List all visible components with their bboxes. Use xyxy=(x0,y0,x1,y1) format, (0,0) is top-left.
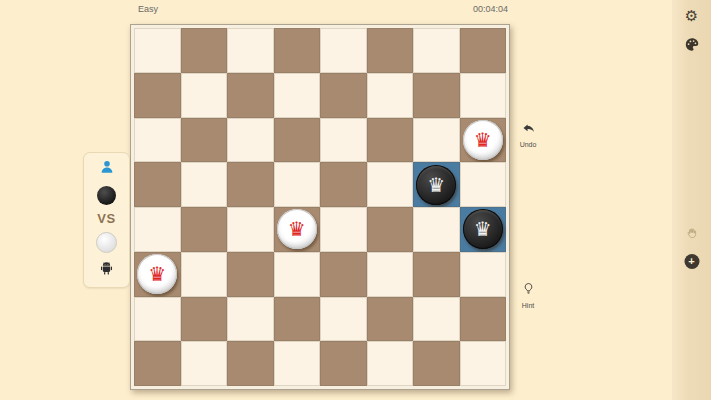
checker-king-white[interactable]: ♛ xyxy=(463,120,503,160)
square-1-7[interactable] xyxy=(460,73,507,118)
square-6-4[interactable] xyxy=(320,297,367,342)
checker-king-white[interactable]: ♛ xyxy=(137,254,177,294)
square-7-3[interactable] xyxy=(274,341,321,386)
square-4-1[interactable] xyxy=(181,207,228,252)
board-frame: ♛♛♛♛♛ xyxy=(130,24,510,390)
black-player-disc xyxy=(97,186,116,205)
square-3-4[interactable] xyxy=(320,162,367,207)
checkers-app: Easy 00:04:04 ♛♛♛♛♛ VS xyxy=(0,0,711,400)
square-4-4[interactable] xyxy=(320,207,367,252)
square-3-0[interactable] xyxy=(134,162,181,207)
hint-button[interactable]: Hint xyxy=(512,280,544,309)
square-5-7[interactable] xyxy=(460,252,507,297)
square-6-3[interactable] xyxy=(274,297,321,342)
square-3-7[interactable] xyxy=(460,162,507,207)
square-4-5[interactable] xyxy=(367,207,414,252)
square-1-2[interactable] xyxy=(227,73,274,118)
square-0-3[interactable] xyxy=(274,28,321,73)
square-0-4[interactable] xyxy=(320,28,367,73)
difficulty-label: Easy xyxy=(138,4,158,14)
right-sidebar: ⚙ + xyxy=(672,0,711,400)
square-5-0[interactable]: ♛ xyxy=(134,252,181,297)
zoom-in-plus-button[interactable]: + xyxy=(684,254,699,269)
undo-label: Undo xyxy=(520,141,537,148)
square-2-2[interactable] xyxy=(227,118,274,163)
king-crown-icon: ♛ xyxy=(427,175,445,195)
square-2-4[interactable] xyxy=(320,118,367,163)
square-2-0[interactable] xyxy=(134,118,181,163)
square-7-6[interactable] xyxy=(413,341,460,386)
hand-tool-icon[interactable] xyxy=(685,226,698,244)
hint-label: Hint xyxy=(522,302,534,309)
square-3-5[interactable] xyxy=(367,162,414,207)
checker-king-black[interactable]: ♛ xyxy=(463,209,503,249)
square-5-4[interactable] xyxy=(320,252,367,297)
square-3-1[interactable] xyxy=(181,162,228,207)
square-0-5[interactable] xyxy=(367,28,414,73)
board: ♛♛♛♛♛ xyxy=(134,28,506,386)
game-timer: 00:04:04 xyxy=(473,4,508,14)
square-2-6[interactable] xyxy=(413,118,460,163)
person-icon xyxy=(99,159,115,179)
undo-arrow-icon xyxy=(520,121,537,140)
square-6-5[interactable] xyxy=(367,297,414,342)
square-4-2[interactable] xyxy=(227,207,274,252)
android-robot-icon xyxy=(98,260,115,281)
square-5-1[interactable] xyxy=(181,252,228,297)
square-1-5[interactable] xyxy=(367,73,414,118)
square-7-5[interactable] xyxy=(367,341,414,386)
checker-king-white[interactable]: ♛ xyxy=(277,209,317,249)
king-crown-icon: ♛ xyxy=(474,219,492,239)
king-crown-icon: ♛ xyxy=(474,130,492,150)
square-5-3[interactable] xyxy=(274,252,321,297)
square-0-1[interactable] xyxy=(181,28,228,73)
square-3-6[interactable]: ♛ xyxy=(413,162,460,207)
square-1-6[interactable] xyxy=(413,73,460,118)
square-3-3[interactable] xyxy=(274,162,321,207)
square-7-4[interactable] xyxy=(320,341,367,386)
king-crown-icon: ♛ xyxy=(148,264,166,284)
square-6-1[interactable] xyxy=(181,297,228,342)
theme-palette-icon[interactable] xyxy=(684,37,699,56)
square-6-7[interactable] xyxy=(460,297,507,342)
square-3-2[interactable] xyxy=(227,162,274,207)
players-panel: VS xyxy=(83,152,130,288)
settings-gear-icon[interactable]: ⚙ xyxy=(685,8,698,23)
square-2-1[interactable] xyxy=(181,118,228,163)
vs-label: VS xyxy=(97,211,115,226)
lightbulb-icon xyxy=(522,280,535,301)
square-7-0[interactable] xyxy=(134,341,181,386)
checker-king-black[interactable]: ♛ xyxy=(416,165,456,205)
square-1-0[interactable] xyxy=(134,73,181,118)
square-1-4[interactable] xyxy=(320,73,367,118)
square-0-0[interactable] xyxy=(134,28,181,73)
square-1-3[interactable] xyxy=(274,73,321,118)
square-5-2[interactable] xyxy=(227,252,274,297)
square-5-5[interactable] xyxy=(367,252,414,297)
square-6-2[interactable] xyxy=(227,297,274,342)
square-2-7[interactable]: ♛ xyxy=(460,118,507,163)
square-7-1[interactable] xyxy=(181,341,228,386)
square-0-7[interactable] xyxy=(460,28,507,73)
square-2-3[interactable] xyxy=(274,118,321,163)
square-0-2[interactable] xyxy=(227,28,274,73)
square-6-6[interactable] xyxy=(413,297,460,342)
square-5-6[interactable] xyxy=(413,252,460,297)
square-1-1[interactable] xyxy=(181,73,228,118)
square-4-7[interactable]: ♛ xyxy=(460,207,507,252)
square-4-3[interactable]: ♛ xyxy=(274,207,321,252)
square-4-0[interactable] xyxy=(134,207,181,252)
square-6-0[interactable] xyxy=(134,297,181,342)
white-player-disc xyxy=(96,232,117,253)
square-2-5[interactable] xyxy=(367,118,414,163)
undo-button[interactable]: Undo xyxy=(510,121,546,148)
square-0-6[interactable] xyxy=(413,28,460,73)
square-4-6[interactable] xyxy=(413,207,460,252)
king-crown-icon: ♛ xyxy=(288,219,306,239)
square-7-2[interactable] xyxy=(227,341,274,386)
square-7-7[interactable] xyxy=(460,341,507,386)
